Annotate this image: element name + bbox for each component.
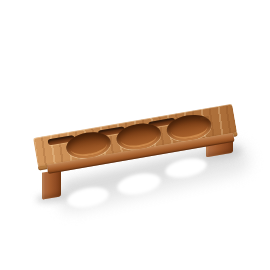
tray-left-leg (42, 169, 61, 199)
product-photo (0, 0, 270, 270)
tray-right-end-lip (233, 132, 238, 137)
tray-left-end-lip (38, 165, 48, 170)
